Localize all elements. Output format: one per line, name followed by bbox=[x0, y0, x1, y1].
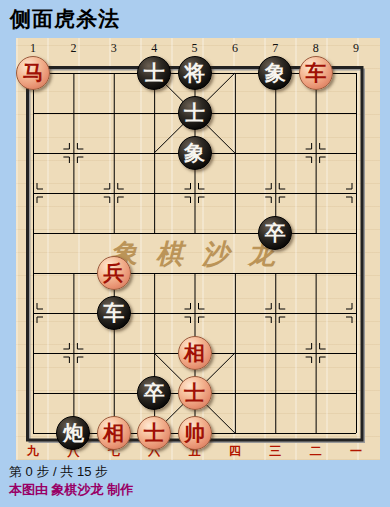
file-label-top-6: 6 bbox=[224, 41, 246, 55]
piece-black-elephant[interactable]: 象 bbox=[258, 56, 292, 90]
file-label-top-1: 1 bbox=[22, 41, 44, 55]
credit-text: 本图由 象棋沙龙 制作 bbox=[9, 481, 133, 499]
page-title: 侧面虎杀法 bbox=[10, 5, 120, 33]
piece-red-horse[interactable]: 马 bbox=[16, 56, 50, 90]
file-label-top-9: 9 bbox=[345, 41, 367, 55]
piece-red-general[interactable]: 帅 bbox=[178, 416, 212, 450]
piece-red-advisor[interactable]: 士 bbox=[137, 416, 171, 450]
file-label-bottom-1: 九 bbox=[22, 444, 44, 458]
piece-black-soldier[interactable]: 卒 bbox=[258, 216, 292, 250]
piece-red-chariot[interactable]: 车 bbox=[299, 56, 333, 90]
file-label-top-4: 4 bbox=[143, 41, 165, 55]
piece-red-elephant[interactable]: 相 bbox=[178, 336, 212, 370]
piece-red-elephant[interactable]: 相 bbox=[97, 416, 131, 450]
file-label-bottom-6: 四 bbox=[224, 444, 246, 458]
piece-red-advisor[interactable]: 士 bbox=[178, 376, 212, 410]
piece-black-chariot[interactable]: 车 bbox=[97, 296, 131, 330]
file-label-bottom-8: 二 bbox=[305, 444, 327, 458]
piece-black-general[interactable]: 将 bbox=[178, 56, 212, 90]
piece-red-soldier[interactable]: 兵 bbox=[97, 256, 131, 290]
file-label-top-7: 7 bbox=[264, 41, 286, 55]
file-label-top-2: 2 bbox=[62, 41, 84, 55]
piece-black-soldier[interactable]: 卒 bbox=[137, 376, 171, 410]
move-counter: 第 0 步 / 共 15 步 bbox=[9, 463, 108, 481]
piece-black-advisor[interactable]: 士 bbox=[178, 96, 212, 130]
file-label-top-3: 3 bbox=[103, 41, 125, 55]
file-label-bottom-7: 三 bbox=[264, 444, 286, 458]
file-label-top-8: 8 bbox=[305, 41, 327, 55]
file-label-bottom-9: 一 bbox=[345, 444, 367, 458]
piece-black-elephant[interactable]: 象 bbox=[178, 136, 212, 170]
piece-black-advisor[interactable]: 士 bbox=[137, 56, 171, 90]
file-label-top-5: 5 bbox=[184, 41, 206, 55]
xiangqi-board[interactable]: 123456789 九八七六五四三二一 象棋沙龙 马士将象车士象卒兵车相卒士炮相… bbox=[16, 38, 380, 460]
xiangqi-viewer-page: 侧面虎杀法 123456789 九八七六五四三二一 象棋沙龙 马士将象车士象卒兵… bbox=[0, 0, 390, 507]
